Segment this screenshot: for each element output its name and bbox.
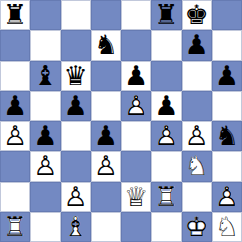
square-b8[interactable] [30,0,60,30]
piece-white-pawn: ♟♙ [121,91,151,121]
square-g5[interactable] [182,91,212,121]
square-e7[interactable] [121,30,151,60]
piece-black-pawn: ♟ [212,61,242,91]
square-a3[interactable] [0,151,30,181]
square-g4[interactable]: ♟♙ [182,121,212,151]
square-c1[interactable]: ♝♗ [61,212,91,242]
piece-white-pawn: ♟♙ [30,151,60,181]
square-c8[interactable] [61,0,91,30]
square-f4[interactable]: ♟♙ [151,121,181,151]
piece-black-king: ♚ [182,0,212,30]
square-g1[interactable]: ♚♔ [182,212,212,242]
square-a7[interactable] [0,30,30,60]
square-f6[interactable] [151,61,181,91]
square-h6[interactable]: ♟ [212,61,242,91]
square-f3[interactable] [151,151,181,181]
square-b3[interactable]: ♟♙ [30,151,60,181]
square-d5[interactable] [91,91,121,121]
piece-white-queen: ♛♕ [121,182,151,212]
piece-white-pawn: ♟♙ [0,121,30,151]
piece-black-pawn: ♟ [121,61,151,91]
square-h2[interactable]: ♟♙ [212,182,242,212]
square-f1[interactable] [151,212,181,242]
square-b2[interactable] [30,182,60,212]
square-d2[interactable] [91,182,121,212]
piece-black-pawn: ♟ [151,91,181,121]
square-d1[interactable] [91,212,121,242]
piece-white-bishop: ♝♗ [61,212,91,242]
square-a8[interactable]: ♜ [0,0,30,30]
piece-black-rook: ♜ [0,0,30,30]
square-c4[interactable] [61,121,91,151]
piece-black-pawn: ♟ [91,121,121,151]
square-b7[interactable] [30,30,60,60]
square-d4[interactable]: ♟ [91,121,121,151]
square-a1[interactable]: ♜♖ [0,212,30,242]
square-c6[interactable]: ♛ [61,61,91,91]
square-d3[interactable]: ♟♙ [91,151,121,181]
square-h7[interactable] [212,30,242,60]
square-h5[interactable] [212,91,242,121]
piece-white-pawn: ♟♙ [182,121,212,151]
piece-white-knight: ♞♘ [212,212,242,242]
square-b4[interactable]: ♟ [30,121,60,151]
square-f5[interactable]: ♟ [151,91,181,121]
square-h1[interactable]: ♞♘ [212,212,242,242]
piece-white-knight: ♞♘ [182,151,212,181]
chess-board: ♜♜♚♞♟♝♛♟♟♟♟♟♙♟♟♙♟♟♟♙♟♙♞♟♙♟♙♞♘♟♙♛♕♜♖♟♙♜♖♝… [0,0,242,242]
square-g7[interactable]: ♟ [182,30,212,60]
square-d6[interactable] [91,61,121,91]
piece-white-king: ♚♔ [182,212,212,242]
piece-white-pawn: ♟♙ [212,182,242,212]
piece-black-pawn: ♟ [30,121,60,151]
square-e6[interactable]: ♟ [121,61,151,91]
square-a2[interactable] [0,182,30,212]
square-e8[interactable] [121,0,151,30]
square-h3[interactable] [212,151,242,181]
square-e4[interactable] [121,121,151,151]
square-g3[interactable]: ♞♘ [182,151,212,181]
square-e2[interactable]: ♛♕ [121,182,151,212]
square-c5[interactable]: ♟ [61,91,91,121]
square-a5[interactable]: ♟ [0,91,30,121]
piece-white-rook: ♜♖ [0,212,30,242]
square-f7[interactable] [151,30,181,60]
square-e1[interactable] [121,212,151,242]
square-h4[interactable]: ♞ [212,121,242,151]
square-a4[interactable]: ♟♙ [0,121,30,151]
piece-black-rook: ♜ [151,0,181,30]
piece-white-rook: ♜♖ [151,182,181,212]
square-b1[interactable] [30,212,60,242]
square-b5[interactable] [30,91,60,121]
square-e3[interactable] [121,151,151,181]
square-b6[interactable]: ♝ [30,61,60,91]
piece-black-bishop: ♝ [30,61,60,91]
square-c2[interactable]: ♟♙ [61,182,91,212]
piece-black-pawn: ♟ [182,30,212,60]
piece-white-pawn: ♟♙ [151,121,181,151]
square-g8[interactable]: ♚ [182,0,212,30]
square-h8[interactable] [212,0,242,30]
piece-black-knight: ♞ [212,121,242,151]
piece-black-pawn: ♟ [0,91,30,121]
square-g2[interactable] [182,182,212,212]
square-d7[interactable]: ♞ [91,30,121,60]
square-c3[interactable] [61,151,91,181]
square-e5[interactable]: ♟♙ [121,91,151,121]
square-f2[interactable]: ♜♖ [151,182,181,212]
square-f8[interactable]: ♜ [151,0,181,30]
piece-black-queen: ♛ [61,61,91,91]
piece-white-pawn: ♟♙ [91,151,121,181]
square-d8[interactable] [91,0,121,30]
piece-black-knight: ♞ [91,30,121,60]
square-g6[interactable] [182,61,212,91]
piece-black-pawn: ♟ [61,91,91,121]
square-a6[interactable] [0,61,30,91]
square-c7[interactable] [61,30,91,60]
piece-white-pawn: ♟♙ [61,182,91,212]
